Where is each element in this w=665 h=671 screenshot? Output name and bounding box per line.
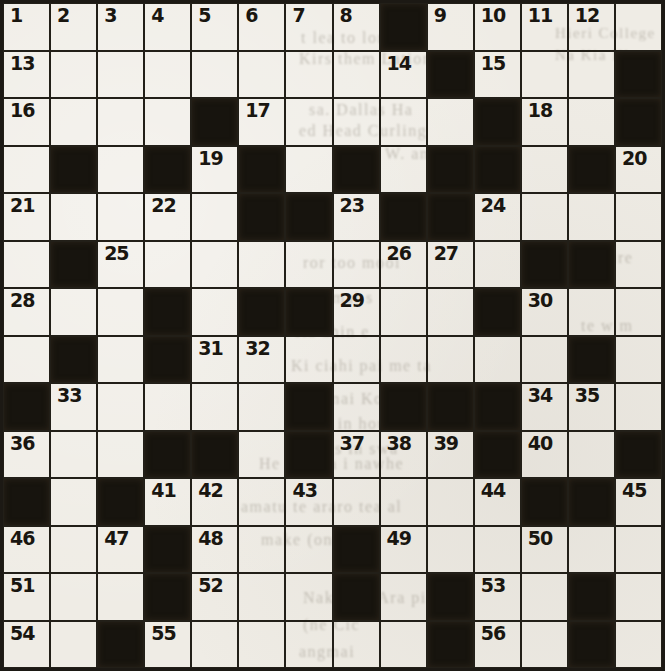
cell-r5c5[interactable] (191, 193, 238, 241)
clue-number: 16 (10, 100, 34, 121)
cell-r9c7 (285, 383, 332, 431)
cell-r2c6[interactable] (238, 51, 285, 99)
cell-r4c2 (50, 146, 97, 194)
cell-r9c4[interactable] (144, 383, 191, 431)
cell-r2c3[interactable] (97, 51, 144, 99)
cell-r5c10 (427, 193, 474, 241)
cell-r6c3[interactable]: 25 (97, 241, 144, 289)
cell-r14c4[interactable]: 55 (144, 621, 191, 669)
cell-r12c7[interactable] (285, 526, 332, 574)
cell-r3c12[interactable]: 18 (521, 98, 568, 146)
cell-r8c1[interactable] (3, 336, 50, 384)
crossword-board: t lea to long yeaKirs them LationHieri C… (0, 0, 665, 671)
cell-r6c10[interactable]: 27 (427, 241, 474, 289)
cell-r6c12 (521, 241, 568, 289)
cell-r5c14[interactable] (615, 193, 662, 241)
cell-r7c3[interactable] (97, 288, 144, 336)
cell-r10c13[interactable] (568, 431, 615, 479)
cell-r1c6[interactable]: 6 (238, 3, 285, 51)
cell-r7c6 (238, 288, 285, 336)
cell-r9c10 (427, 383, 474, 431)
clue-number: 21 (10, 195, 34, 216)
cell-r8c12[interactable] (521, 336, 568, 384)
cell-r6c7[interactable] (285, 241, 332, 289)
cell-r13c13 (568, 573, 615, 621)
cell-r10c4 (144, 431, 191, 479)
cell-r7c7 (285, 288, 332, 336)
cell-r5c11[interactable]: 24 (474, 193, 521, 241)
cell-r4c14[interactable]: 20 (615, 146, 662, 194)
cell-r11c7[interactable]: 43 (285, 478, 332, 526)
cell-r2c4[interactable] (144, 51, 191, 99)
cell-r10c9[interactable]: 38 (380, 431, 427, 479)
cell-r1c1[interactable]: 1 (3, 3, 50, 51)
cell-r7c10[interactable] (427, 288, 474, 336)
clue-number: 22 (151, 195, 175, 216)
cell-r1c2[interactable]: 2 (50, 3, 97, 51)
clue-number: 37 (340, 433, 364, 454)
clue-number: 25 (104, 243, 128, 264)
cell-r13c9[interactable] (380, 573, 427, 621)
cell-r10c7 (285, 431, 332, 479)
cell-r13c5[interactable]: 52 (191, 573, 238, 621)
cell-r14c13 (568, 621, 615, 669)
cell-r8c4 (144, 336, 191, 384)
cell-r8c9[interactable] (380, 336, 427, 384)
cell-r10c8[interactable]: 37 (333, 431, 380, 479)
clue-number: 8 (340, 5, 352, 26)
clue-number: 43 (292, 480, 316, 501)
cell-r12c14[interactable] (615, 526, 662, 574)
clue-number: 10 (481, 5, 505, 26)
cell-r11c8[interactable] (333, 478, 380, 526)
cell-r12c8 (333, 526, 380, 574)
cell-r10c6[interactable] (238, 431, 285, 479)
clue-number: 3 (104, 5, 116, 26)
cell-r3c14 (615, 98, 662, 146)
clue-number: 15 (481, 53, 505, 74)
clue-number: 48 (198, 528, 222, 549)
cell-r7c9[interactable] (380, 288, 427, 336)
cell-r12c1[interactable]: 46 (3, 526, 50, 574)
clue-number: 55 (151, 623, 175, 644)
cell-r1c12[interactable]: 11 (521, 3, 568, 51)
clue-number: 14 (387, 53, 411, 74)
clue-number: 30 (528, 290, 552, 311)
clue-number: 6 (245, 5, 257, 26)
clue-number: 41 (151, 480, 175, 501)
cell-r1c8[interactable]: 8 (333, 3, 380, 51)
cell-r8c8[interactable] (333, 336, 380, 384)
cell-r1c9 (380, 3, 427, 51)
cell-r8c14[interactable] (615, 336, 662, 384)
cell-r4c3[interactable] (97, 146, 144, 194)
clue-number: 27 (434, 243, 458, 264)
cell-r1c14[interactable] (615, 3, 662, 51)
cell-r7c8[interactable]: 29 (333, 288, 380, 336)
cell-r1c10[interactable]: 9 (427, 3, 474, 51)
clue-number: 47 (104, 528, 128, 549)
cell-r11c3 (97, 478, 144, 526)
cell-r3c6[interactable]: 17 (238, 98, 285, 146)
cell-r14c6[interactable] (238, 621, 285, 669)
clue-number: 32 (245, 338, 269, 359)
cell-r14c8[interactable] (333, 621, 380, 669)
cell-r1c11[interactable]: 10 (474, 3, 521, 51)
cell-r6c2 (50, 241, 97, 289)
cell-r5c12[interactable] (521, 193, 568, 241)
cell-r9c5[interactable] (191, 383, 238, 431)
cell-r12c6[interactable] (238, 526, 285, 574)
cell-r13c4 (144, 573, 191, 621)
cell-r11c10[interactable] (427, 478, 474, 526)
clue-number: 52 (198, 575, 222, 596)
cell-r7c1[interactable]: 28 (3, 288, 50, 336)
cell-r6c9[interactable]: 26 (380, 241, 427, 289)
cell-r13c10 (427, 573, 474, 621)
cell-r6c13 (568, 241, 615, 289)
cell-r2c2[interactable] (50, 51, 97, 99)
clue-number: 34 (528, 385, 552, 406)
cell-r3c3[interactable] (97, 98, 144, 146)
cell-r14c9[interactable] (380, 621, 427, 669)
cell-r4c10 (427, 146, 474, 194)
cell-r10c3[interactable] (97, 431, 144, 479)
clue-number: 42 (198, 480, 222, 501)
clue-number: 49 (387, 528, 411, 549)
cell-r2c12[interactable] (521, 51, 568, 99)
cell-r10c2[interactable] (50, 431, 97, 479)
cell-r8c13 (568, 336, 615, 384)
clue-number: 18 (528, 100, 552, 121)
cell-r10c11 (474, 431, 521, 479)
cell-r2c5[interactable] (191, 51, 238, 99)
cell-r12c2[interactable] (50, 526, 97, 574)
cell-r1c3[interactable]: 3 (97, 3, 144, 51)
clue-number: 56 (481, 623, 505, 644)
clue-number: 28 (10, 290, 34, 311)
cell-r5c7 (285, 193, 332, 241)
cell-r5c8[interactable]: 23 (333, 193, 380, 241)
cell-r10c10[interactable]: 39 (427, 431, 474, 479)
cell-r6c4[interactable] (144, 241, 191, 289)
cell-r11c14[interactable]: 45 (615, 478, 662, 526)
cell-r6c1[interactable] (3, 241, 50, 289)
cell-r11c13 (568, 478, 615, 526)
cell-r14c2[interactable] (50, 621, 97, 669)
cell-r9c14[interactable] (615, 383, 662, 431)
clue-number: 29 (340, 290, 364, 311)
cell-r11c11[interactable]: 44 (474, 478, 521, 526)
cell-r4c6 (238, 146, 285, 194)
clue-number: 12 (575, 5, 599, 26)
cell-r1c7[interactable]: 7 (285, 3, 332, 51)
cell-r1c4[interactable]: 4 (144, 3, 191, 51)
cell-r14c11[interactable]: 56 (474, 621, 521, 669)
cell-r9c11 (474, 383, 521, 431)
cell-r5c6 (238, 193, 285, 241)
cell-r5c13[interactable] (568, 193, 615, 241)
cell-r9c6[interactable] (238, 383, 285, 431)
clue-number: 54 (10, 623, 34, 644)
clue-number: 26 (387, 243, 411, 264)
clue-number: 45 (622, 480, 646, 501)
cell-r8c7[interactable] (285, 336, 332, 384)
cell-r10c5 (191, 431, 238, 479)
cell-r4c8 (333, 146, 380, 194)
cell-r6c8[interactable] (333, 241, 380, 289)
cell-r6c6[interactable] (238, 241, 285, 289)
cell-r13c1[interactable]: 51 (3, 573, 50, 621)
cell-r8c11[interactable] (474, 336, 521, 384)
cell-r7c12[interactable]: 30 (521, 288, 568, 336)
cell-r5c3[interactable] (97, 193, 144, 241)
cell-r14c1[interactable]: 54 (3, 621, 50, 669)
cell-r4c12[interactable] (521, 146, 568, 194)
cell-r4c13 (568, 146, 615, 194)
cell-r12c5[interactable]: 48 (191, 526, 238, 574)
clue-number: 33 (57, 385, 81, 406)
cell-r11c6[interactable] (238, 478, 285, 526)
clue-number: 9 (434, 5, 446, 26)
cell-r6c11[interactable] (474, 241, 521, 289)
cell-r11c9[interactable] (380, 478, 427, 526)
clue-number: 13 (10, 53, 34, 74)
cell-r12c13[interactable] (568, 526, 615, 574)
cell-r2c1[interactable]: 13 (3, 51, 50, 99)
cell-r4c1[interactable] (3, 146, 50, 194)
cell-r2c13[interactable] (568, 51, 615, 99)
cell-r8c5[interactable]: 31 (191, 336, 238, 384)
cell-r3c4[interactable] (144, 98, 191, 146)
cell-r14c10 (427, 621, 474, 669)
cell-r1c13[interactable]: 12 (568, 3, 615, 51)
cell-r3c13[interactable] (568, 98, 615, 146)
cell-r3c11 (474, 98, 521, 146)
cell-r2c9[interactable]: 14 (380, 51, 427, 99)
cell-r9c8[interactable] (333, 383, 380, 431)
cell-r11c5[interactable]: 42 (191, 478, 238, 526)
clue-number: 20 (622, 148, 646, 169)
cell-r14c5[interactable] (191, 621, 238, 669)
clue-number: 53 (481, 575, 505, 596)
clue-number: 35 (575, 385, 599, 406)
cell-r3c9[interactable] (380, 98, 427, 146)
cell-r4c7[interactable] (285, 146, 332, 194)
cell-r6c5[interactable] (191, 241, 238, 289)
cell-r12c4 (144, 526, 191, 574)
cell-r2c14 (615, 51, 662, 99)
cell-r2c10 (427, 51, 474, 99)
cell-r7c11 (474, 288, 521, 336)
cell-r13c14[interactable] (615, 573, 662, 621)
cell-r9c1 (3, 383, 50, 431)
clue-number: 1 (10, 5, 22, 26)
cell-r13c2[interactable] (50, 573, 97, 621)
cell-r8c2 (50, 336, 97, 384)
cell-r2c7[interactable] (285, 51, 332, 99)
cell-r5c1[interactable]: 21 (3, 193, 50, 241)
clue-number: 4 (151, 5, 163, 26)
cell-r5c9 (380, 193, 427, 241)
cell-r7c5[interactable] (191, 288, 238, 336)
cell-r13c8 (333, 573, 380, 621)
cell-r9c12[interactable]: 34 (521, 383, 568, 431)
clue-number: 11 (528, 5, 552, 26)
cell-r10c14 (615, 431, 662, 479)
cell-r11c1 (3, 478, 50, 526)
clue-number: 7 (292, 5, 304, 26)
clue-number: 36 (10, 433, 34, 454)
cell-r10c1[interactable]: 36 (3, 431, 50, 479)
clue-number: 24 (481, 195, 505, 216)
cell-r10c12[interactable]: 40 (521, 431, 568, 479)
clue-number: 51 (10, 575, 34, 596)
cell-r9c3[interactable] (97, 383, 144, 431)
cell-r5c2[interactable] (50, 193, 97, 241)
cell-r11c4[interactable]: 41 (144, 478, 191, 526)
cell-r9c9 (380, 383, 427, 431)
clue-number: 39 (434, 433, 458, 454)
clue-number: 44 (481, 480, 505, 501)
cell-r5c4[interactable]: 22 (144, 193, 191, 241)
cell-r13c7[interactable] (285, 573, 332, 621)
clue-number: 31 (198, 338, 222, 359)
clue-number: 50 (528, 528, 552, 549)
cell-r12c10[interactable] (427, 526, 474, 574)
cell-r4c11 (474, 146, 521, 194)
cell-r13c3[interactable] (97, 573, 144, 621)
cell-r3c7[interactable] (285, 98, 332, 146)
clue-number: 17 (245, 100, 269, 121)
clue-number: 46 (10, 528, 34, 549)
cell-r3c2[interactable] (50, 98, 97, 146)
cell-r14c12[interactable] (521, 621, 568, 669)
cell-r2c8[interactable] (333, 51, 380, 99)
cell-r11c2[interactable] (50, 478, 97, 526)
cell-r13c6[interactable] (238, 573, 285, 621)
cell-r3c8[interactable] (333, 98, 380, 146)
cell-r3c10[interactable] (427, 98, 474, 146)
cell-r7c14[interactable] (615, 288, 662, 336)
cell-r12c3[interactable]: 47 (97, 526, 144, 574)
clue-number: 23 (340, 195, 364, 216)
cell-r1c5[interactable]: 5 (191, 3, 238, 51)
cell-r9c13[interactable]: 35 (568, 383, 615, 431)
clue-number: 19 (198, 148, 222, 169)
cell-r2c11[interactable]: 15 (474, 51, 521, 99)
cell-r6c14[interactable] (615, 241, 662, 289)
cell-r7c4 (144, 288, 191, 336)
cell-r4c4 (144, 146, 191, 194)
clue-number: 5 (198, 5, 210, 26)
cell-r11c12 (521, 478, 568, 526)
cell-r4c5[interactable]: 19 (191, 146, 238, 194)
cell-r12c11[interactable] (474, 526, 521, 574)
cell-r3c5 (191, 98, 238, 146)
cell-r3c1[interactable]: 16 (3, 98, 50, 146)
cell-r8c3[interactable] (97, 336, 144, 384)
cell-r7c13[interactable] (568, 288, 615, 336)
cell-r9c2[interactable]: 33 (50, 383, 97, 431)
clue-number: 38 (387, 433, 411, 454)
clue-number: 2 (57, 5, 69, 26)
crossword-grid: 1234567891011121314151617181920212223242… (3, 3, 662, 668)
cell-r12c9[interactable]: 49 (380, 526, 427, 574)
cell-r14c7[interactable] (285, 621, 332, 669)
cell-r8c6[interactable]: 32 (238, 336, 285, 384)
clue-number: 40 (528, 433, 552, 454)
cell-r14c3 (97, 621, 144, 669)
cell-r4c9[interactable] (380, 146, 427, 194)
cell-r12c12[interactable]: 50 (521, 526, 568, 574)
cell-r8c10[interactable] (427, 336, 474, 384)
cell-r13c11[interactable]: 53 (474, 573, 521, 621)
cell-r13c12[interactable] (521, 573, 568, 621)
cell-r7c2[interactable] (50, 288, 97, 336)
cell-r14c14[interactable] (615, 621, 662, 669)
